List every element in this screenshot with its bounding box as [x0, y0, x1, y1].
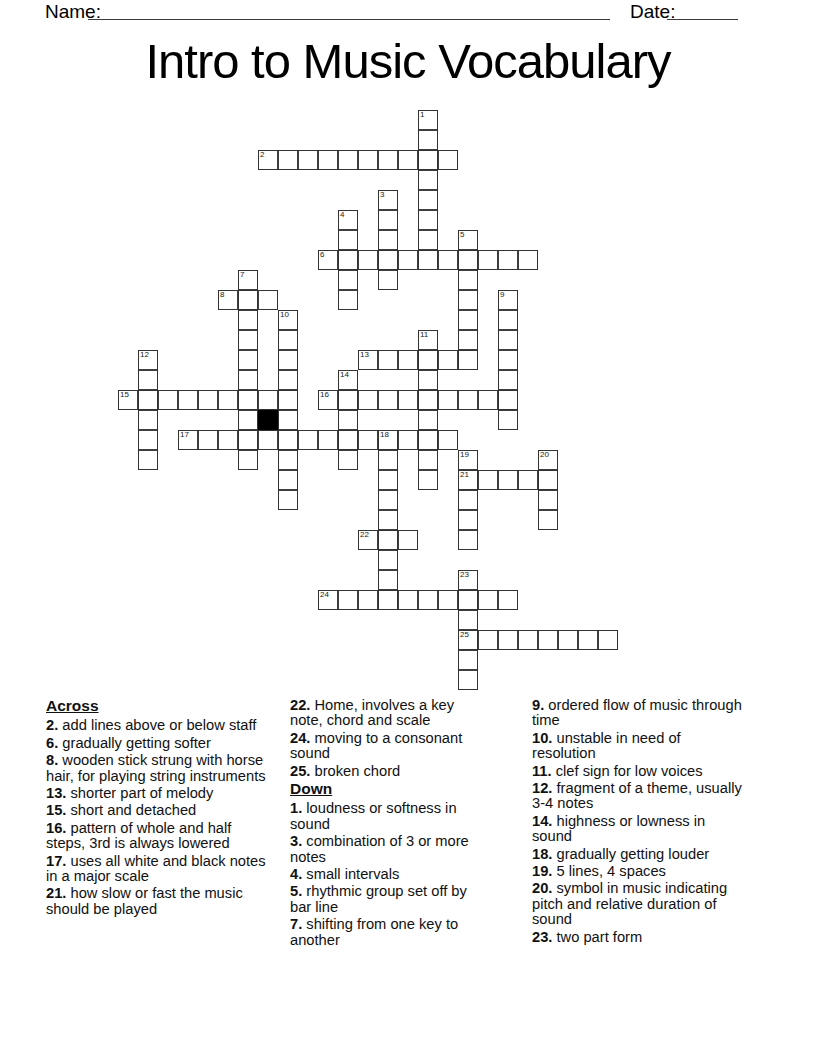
- grid-cell[interactable]: [338, 270, 358, 290]
- clue-column-3: 9. ordered flow of music through time10.…: [532, 698, 742, 947]
- grid-cell[interactable]: [138, 390, 158, 410]
- clue-number: 4: [340, 210, 344, 219]
- grid-cell[interactable]: [338, 450, 358, 470]
- grid-cell[interactable]: [458, 350, 478, 370]
- grid-cell[interactable]: [418, 230, 438, 250]
- clue-number: 17: [180, 430, 189, 439]
- grid-cell[interactable]: [398, 590, 418, 610]
- crossword-grid: 2681315161718212224251345791011121419202…: [118, 110, 618, 690]
- grid-cell[interactable]: [138, 370, 158, 390]
- clue-number: 2: [260, 150, 264, 159]
- grid-cell[interactable]: [238, 370, 258, 390]
- date-blank-line: [667, 0, 738, 20]
- grid-cell[interactable]: [378, 570, 398, 590]
- grid-cell[interactable]: [258, 430, 278, 450]
- crossword-worksheet: { "header": { "name_label": "Name:", "da…: [0, 0, 816, 1056]
- clue-number: 14: [340, 370, 349, 379]
- grid-cell[interactable]: [218, 430, 238, 450]
- grid-cell[interactable]: [338, 250, 358, 270]
- grid-cell[interactable]: [338, 390, 358, 410]
- grid-cell[interactable]: [238, 450, 258, 470]
- clue-10: 10. unstable in need of resolution: [532, 731, 742, 762]
- grid-cell[interactable]: [258, 290, 278, 310]
- clue-8: 8. wooden stick strung with horse hair, …: [46, 753, 268, 784]
- grid-cell[interactable]: [278, 370, 298, 390]
- grid-cell[interactable]: [278, 330, 298, 350]
- clue-6: 6. gradually getting softer: [46, 736, 268, 751]
- grid-cell[interactable]: [378, 590, 398, 610]
- grid-cell[interactable]: 18: [378, 430, 398, 450]
- clue-number: 10: [280, 310, 289, 319]
- grid-cell[interactable]: [378, 390, 398, 410]
- grid-cell[interactable]: [358, 590, 378, 610]
- grid-cell[interactable]: [578, 630, 598, 650]
- grid-cell[interactable]: [478, 390, 498, 410]
- clue-number-label: 14.: [532, 813, 552, 829]
- clue-number: 15: [120, 390, 129, 399]
- clue-number: 20: [540, 450, 549, 459]
- grid-cell[interactable]: [518, 250, 538, 270]
- grid-cell[interactable]: [458, 650, 478, 670]
- grid-cell[interactable]: 8: [218, 290, 238, 310]
- grid-cell[interactable]: [418, 170, 438, 190]
- clue-number: 18: [380, 430, 389, 439]
- grid-cell[interactable]: [418, 370, 438, 390]
- clue-number: 9: [500, 290, 504, 299]
- grid-cell[interactable]: [418, 210, 438, 230]
- grid-cell[interactable]: [498, 310, 518, 330]
- grid-cell[interactable]: [418, 450, 438, 470]
- grid-cell[interactable]: 25: [458, 630, 478, 650]
- grid-cell[interactable]: 10: [278, 310, 298, 330]
- grid-cell[interactable]: [238, 390, 258, 410]
- grid-cell[interactable]: 5: [458, 230, 478, 250]
- grid-cell[interactable]: [138, 450, 158, 470]
- grid-cell[interactable]: 4: [338, 210, 358, 230]
- clue-number-label: 5.: [290, 883, 302, 899]
- grid-cell[interactable]: 19: [458, 450, 478, 470]
- grid-cell[interactable]: [398, 390, 418, 410]
- clue-number-label: 11.: [532, 763, 552, 779]
- grid-cell[interactable]: 11: [418, 330, 438, 350]
- grid-cell[interactable]: [458, 250, 478, 270]
- grid-cell[interactable]: [378, 470, 398, 490]
- grid-cell[interactable]: [438, 430, 458, 450]
- clue-number-label: 23.: [532, 929, 552, 945]
- clue-number: 1: [420, 110, 424, 119]
- clue-number-label: 15.: [46, 802, 66, 818]
- clue-number-label: 25.: [290, 763, 310, 779]
- clue-13: 13. shorter part of melody: [46, 786, 268, 801]
- grid-cell[interactable]: 6: [318, 250, 338, 270]
- clue-number: 21: [460, 470, 469, 479]
- grid-cell[interactable]: [458, 530, 478, 550]
- grid-cell[interactable]: [418, 150, 438, 170]
- grid-cell[interactable]: [298, 150, 318, 170]
- grid-cell[interactable]: [598, 630, 618, 650]
- grid-cell[interactable]: [238, 310, 258, 330]
- grid-cell[interactable]: [378, 550, 398, 570]
- clue-25: 25. broken chord: [290, 764, 490, 779]
- clue-number: 11: [420, 330, 428, 339]
- grid-cell[interactable]: [378, 510, 398, 530]
- clue-number: 22: [360, 530, 369, 539]
- clue-16: 16. pattern of whole and half steps, 3rd…: [46, 821, 268, 852]
- clue-number: 8: [220, 290, 224, 299]
- grid-cell[interactable]: [378, 250, 398, 270]
- clue-20: 20. symbol in music indicating pitch and…: [532, 881, 742, 927]
- clue-1: 1. loudness or softness in sound: [290, 801, 490, 832]
- grid-cell[interactable]: [178, 390, 198, 410]
- grid-cell[interactable]: 16: [318, 390, 338, 410]
- grid-cell[interactable]: [278, 450, 298, 470]
- clue-number: 7: [240, 270, 244, 279]
- grid-cell[interactable]: [378, 270, 398, 290]
- clue-number-label: 19.: [532, 863, 552, 879]
- grid-cell[interactable]: 12: [138, 350, 158, 370]
- grid-cell[interactable]: [498, 330, 518, 350]
- clue-3: 3. combination of 3 or more notes: [290, 834, 490, 865]
- clue-19: 19. 5 lines, 4 spaces: [532, 864, 742, 879]
- clue-number: 12: [140, 350, 149, 359]
- grid-cell[interactable]: [338, 410, 358, 430]
- clue-number-label: 17.: [46, 853, 66, 869]
- clue-5: 5. rhythmic group set off by bar line: [290, 884, 490, 915]
- clue-14: 14. highness or lowness in sound: [532, 814, 742, 845]
- grid-cell[interactable]: 1: [418, 110, 438, 130]
- grid-cell[interactable]: [458, 290, 478, 310]
- grid-cell[interactable]: [418, 410, 438, 430]
- clue-number-label: 16.: [46, 820, 66, 836]
- grid-cell[interactable]: [498, 410, 518, 430]
- grid-cell[interactable]: [378, 490, 398, 510]
- grid-cell[interactable]: [418, 390, 438, 410]
- name-blank-line: [88, 0, 610, 20]
- grid-cell[interactable]: [458, 610, 478, 630]
- grid-cell[interactable]: 22: [358, 530, 378, 550]
- grid-cell[interactable]: [338, 590, 358, 610]
- grid-cell[interactable]: [498, 630, 518, 650]
- grid-cell[interactable]: [278, 410, 298, 430]
- grid-cell[interactable]: [398, 250, 418, 270]
- clue-22: 22. Home, involves a key note, chord and…: [290, 698, 490, 729]
- grid-cell[interactable]: 7: [238, 270, 258, 290]
- clue-number-label: 8.: [46, 752, 58, 768]
- grid-cell[interactable]: [438, 350, 458, 370]
- grid-cell[interactable]: [338, 230, 358, 250]
- clue-7: 7. shifting from one key to another: [290, 917, 490, 948]
- down-heading: Down: [290, 781, 490, 796]
- grid-cell[interactable]: 23: [458, 570, 478, 590]
- grid-cell[interactable]: [458, 330, 478, 350]
- grid-cell[interactable]: 17: [178, 430, 198, 450]
- grid-cell[interactable]: [238, 350, 258, 370]
- grid-cell[interactable]: [278, 470, 298, 490]
- grid-cell[interactable]: [378, 210, 398, 230]
- grid-cell[interactable]: [378, 150, 398, 170]
- grid-cell[interactable]: [378, 450, 398, 470]
- grid-cell[interactable]: 14: [338, 370, 358, 390]
- grid-cell[interactable]: [438, 250, 458, 270]
- clue-number: 5: [460, 230, 464, 239]
- grid-cell[interactable]: [518, 630, 538, 650]
- grid-cell[interactable]: [538, 490, 558, 510]
- grid-cell[interactable]: [318, 150, 338, 170]
- grid-cell[interactable]: [498, 350, 518, 370]
- clue-number-label: 3.: [290, 833, 302, 849]
- grid-cell[interactable]: [398, 430, 418, 450]
- grid-cell[interactable]: [418, 130, 438, 150]
- clue-number-label: 13.: [46, 785, 66, 801]
- grid-cell[interactable]: [398, 530, 418, 550]
- clue-number: 19: [460, 450, 469, 459]
- grid-cell[interactable]: [438, 390, 458, 410]
- clue-column-2: 22. Home, involves a key note, chord and…: [290, 698, 490, 950]
- grid-cell[interactable]: [558, 630, 578, 650]
- clue-number: 6: [320, 250, 324, 259]
- puzzle-title: Intro to Music Vocabulary: [0, 33, 816, 89]
- grid-cell[interactable]: [498, 590, 518, 610]
- clue-number-label: 21.: [46, 885, 66, 901]
- grid-cell[interactable]: [418, 470, 438, 490]
- grid-cell[interactable]: [538, 630, 558, 650]
- grid-cell[interactable]: [278, 490, 298, 510]
- grid-cell[interactable]: [418, 590, 438, 610]
- clue-9: 9. ordered flow of music through time: [532, 698, 742, 729]
- clue-number: 13: [360, 350, 369, 359]
- clue-number: 23: [460, 570, 469, 579]
- grid-cell[interactable]: 21: [458, 470, 478, 490]
- clue-18: 18. gradually getting louder: [532, 847, 742, 862]
- grid-cell[interactable]: [198, 390, 218, 410]
- clue-number: 25: [460, 630, 469, 639]
- clue-21: 21. how slow or fast the music should be…: [46, 886, 268, 917]
- grid-cell[interactable]: [338, 150, 358, 170]
- grid-cell[interactable]: [278, 430, 298, 450]
- grid-cell[interactable]: [438, 150, 458, 170]
- grid-cell[interactable]: [278, 150, 298, 170]
- grid-cell[interactable]: [418, 190, 438, 210]
- clue-number-label: 12.: [532, 780, 552, 796]
- grid-cell[interactable]: 20: [538, 450, 558, 470]
- grid-cell[interactable]: [478, 470, 498, 490]
- grid-cell[interactable]: [498, 470, 518, 490]
- clue-number: 24: [320, 590, 329, 599]
- grid-cell[interactable]: [338, 430, 358, 450]
- grid-cell[interactable]: [258, 390, 278, 410]
- grid-cell[interactable]: [478, 250, 498, 270]
- grid-cell[interactable]: [518, 470, 538, 490]
- grid-cell[interactable]: [458, 670, 478, 690]
- grid-cell[interactable]: [498, 370, 518, 390]
- grid-cell[interactable]: [418, 250, 438, 270]
- grid-cell[interactable]: 9: [498, 290, 518, 310]
- grid-cell[interactable]: [498, 250, 518, 270]
- clue-column-1: Across2. add lines above or below staff6…: [46, 698, 268, 919]
- clue-number-label: 4.: [290, 866, 302, 882]
- grid-cell[interactable]: [238, 410, 258, 430]
- clue-2: 2. add lines above or below staff: [46, 718, 268, 733]
- grid-cell[interactable]: [378, 530, 398, 550]
- grid-cell[interactable]: [418, 350, 438, 370]
- grid-cell[interactable]: [238, 290, 258, 310]
- grid-cell[interactable]: [358, 390, 378, 410]
- grid-cell[interactable]: 2: [258, 150, 278, 170]
- grid-cell[interactable]: [138, 430, 158, 450]
- clue-24: 24. moving to a consonant sound: [290, 731, 490, 762]
- clue-23: 23. two part form: [532, 930, 742, 945]
- clue-number: 16: [320, 390, 329, 399]
- grid-cell[interactable]: [278, 390, 298, 410]
- grid-cell[interactable]: [458, 490, 478, 510]
- grid-cell[interactable]: [358, 430, 378, 450]
- clue-17: 17. uses all white and black notes in a …: [46, 854, 268, 885]
- clue-number-label: 18.: [532, 846, 552, 862]
- clue-number-label: 9.: [532, 697, 544, 713]
- grid-cell[interactable]: [418, 430, 438, 450]
- grid-cell[interactable]: [338, 290, 358, 310]
- grid-cell[interactable]: [318, 430, 338, 450]
- grid-cell[interactable]: [458, 590, 478, 610]
- clue-number-label: 6.: [46, 735, 58, 751]
- grid-cell[interactable]: [538, 470, 558, 490]
- grid-cell[interactable]: [378, 350, 398, 370]
- grid-cell[interactable]: [298, 430, 318, 450]
- grid-cell[interactable]: [458, 310, 478, 330]
- grid-cell[interactable]: [238, 430, 258, 450]
- clue-number-label: 2.: [46, 717, 58, 733]
- grid-cell[interactable]: [538, 510, 558, 530]
- clue-4: 4. small intervals: [290, 867, 490, 882]
- clue-number-label: 1.: [290, 800, 302, 816]
- grid-cell[interactable]: 15: [118, 390, 138, 410]
- grid-cell[interactable]: [138, 410, 158, 430]
- grid-cell[interactable]: [438, 590, 458, 610]
- grid-cell[interactable]: [398, 350, 418, 370]
- grid-cell[interactable]: 24: [318, 590, 338, 610]
- clue-12: 12. fragment of a theme, usually 3-4 not…: [532, 781, 742, 812]
- grid-cell[interactable]: [278, 350, 298, 370]
- grid-cell[interactable]: [458, 510, 478, 530]
- blocked-cell: [258, 410, 278, 430]
- grid-cell[interactable]: [358, 150, 378, 170]
- grid-cell[interactable]: 13: [358, 350, 378, 370]
- grid-cell[interactable]: [358, 250, 378, 270]
- across-heading: Across: [46, 698, 268, 713]
- grid-cell[interactable]: [198, 430, 218, 450]
- grid-cell[interactable]: [158, 390, 178, 410]
- grid-cell[interactable]: [378, 230, 398, 250]
- grid-cell[interactable]: [398, 150, 418, 170]
- grid-cell[interactable]: [498, 390, 518, 410]
- grid-cell[interactable]: [458, 390, 478, 410]
- clue-11: 11. clef sign for low voices: [532, 764, 742, 779]
- grid-cell[interactable]: [218, 390, 238, 410]
- clue-number-label: 7.: [290, 916, 302, 932]
- clue-15: 15. short and detached: [46, 803, 268, 818]
- grid-cell[interactable]: [238, 330, 258, 350]
- grid-cell[interactable]: 3: [378, 190, 398, 210]
- grid-cell[interactable]: [458, 270, 478, 290]
- grid-cell[interactable]: [478, 630, 498, 650]
- clue-number-label: 24.: [290, 730, 310, 746]
- clue-number-label: 20.: [532, 880, 552, 896]
- clue-number-label: 10.: [532, 730, 552, 746]
- grid-cell[interactable]: [478, 590, 498, 610]
- clue-number: 3: [380, 190, 384, 199]
- clue-number-label: 22.: [290, 697, 310, 713]
